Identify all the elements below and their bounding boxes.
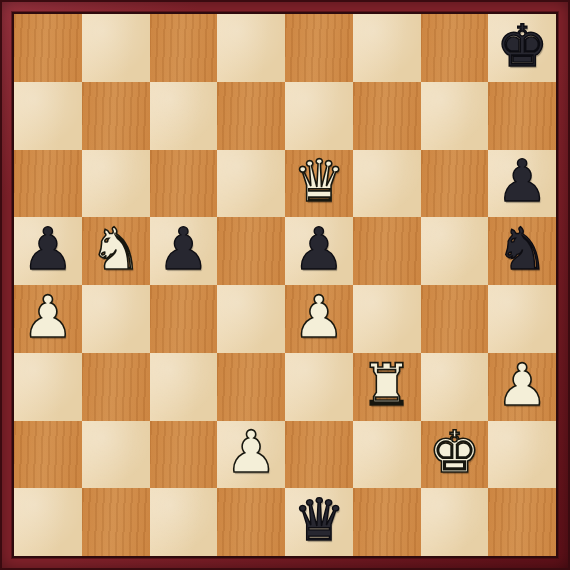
square-b8[interactable] — [82, 14, 150, 82]
square-f7[interactable] — [353, 82, 421, 150]
piece-black-pawn[interactable]: ♟ — [22, 220, 74, 278]
square-h6[interactable]: ♟ — [488, 150, 556, 218]
square-a7[interactable] — [14, 82, 82, 150]
square-e8[interactable] — [285, 14, 353, 82]
piece-white-knight[interactable]: ♞ — [90, 220, 142, 278]
square-f3[interactable]: ♜ — [353, 353, 421, 421]
square-f6[interactable] — [353, 150, 421, 218]
piece-white-king[interactable]: ♚ — [428, 423, 480, 481]
piece-white-pawn[interactable]: ♟ — [293, 288, 345, 346]
square-c5[interactable]: ♟ — [150, 217, 218, 285]
square-c7[interactable] — [150, 82, 218, 150]
square-f4[interactable] — [353, 285, 421, 353]
square-d5[interactable] — [217, 217, 285, 285]
square-a5[interactable]: ♟ — [14, 217, 82, 285]
square-f5[interactable] — [353, 217, 421, 285]
square-h2[interactable] — [488, 421, 556, 489]
square-e6[interactable]: ♛ — [285, 150, 353, 218]
piece-white-rook[interactable]: ♜ — [361, 356, 413, 414]
square-h5[interactable]: ♞ — [488, 217, 556, 285]
square-d8[interactable] — [217, 14, 285, 82]
square-g1[interactable] — [421, 488, 489, 556]
square-h8[interactable]: ♚ — [488, 14, 556, 82]
square-a2[interactable] — [14, 421, 82, 489]
square-b3[interactable] — [82, 353, 150, 421]
square-h7[interactable] — [488, 82, 556, 150]
square-g7[interactable] — [421, 82, 489, 150]
square-g4[interactable] — [421, 285, 489, 353]
square-c6[interactable] — [150, 150, 218, 218]
square-d1[interactable] — [217, 488, 285, 556]
square-h3[interactable]: ♟ — [488, 353, 556, 421]
square-e4[interactable]: ♟ — [285, 285, 353, 353]
square-b2[interactable] — [82, 421, 150, 489]
board-frame: ♚♛♟♟♞♟♟♞♟♟♜♟♟♚♛ — [0, 0, 570, 570]
square-a8[interactable] — [14, 14, 82, 82]
square-b5[interactable]: ♞ — [82, 217, 150, 285]
piece-black-queen[interactable]: ♛ — [293, 491, 345, 549]
piece-black-knight[interactable]: ♞ — [496, 220, 548, 278]
square-a6[interactable] — [14, 150, 82, 218]
square-e1[interactable]: ♛ — [285, 488, 353, 556]
piece-black-pawn[interactable]: ♟ — [293, 220, 345, 278]
piece-black-pawn[interactable]: ♟ — [157, 220, 209, 278]
square-c8[interactable] — [150, 14, 218, 82]
piece-white-pawn[interactable]: ♟ — [496, 356, 548, 414]
square-c1[interactable] — [150, 488, 218, 556]
piece-black-pawn[interactable]: ♟ — [496, 152, 548, 210]
square-c2[interactable] — [150, 421, 218, 489]
square-a1[interactable] — [14, 488, 82, 556]
square-d6[interactable] — [217, 150, 285, 218]
square-b1[interactable] — [82, 488, 150, 556]
square-h4[interactable] — [488, 285, 556, 353]
piece-black-king[interactable]: ♚ — [496, 17, 548, 75]
square-f8[interactable] — [353, 14, 421, 82]
square-g2[interactable]: ♚ — [421, 421, 489, 489]
square-g5[interactable] — [421, 217, 489, 285]
square-g6[interactable] — [421, 150, 489, 218]
square-e3[interactable] — [285, 353, 353, 421]
square-b6[interactable] — [82, 150, 150, 218]
square-b7[interactable] — [82, 82, 150, 150]
piece-white-pawn[interactable]: ♟ — [22, 288, 74, 346]
square-c3[interactable] — [150, 353, 218, 421]
square-e5[interactable]: ♟ — [285, 217, 353, 285]
square-h1[interactable] — [488, 488, 556, 556]
square-f2[interactable] — [353, 421, 421, 489]
piece-white-pawn[interactable]: ♟ — [225, 423, 277, 481]
square-e7[interactable] — [285, 82, 353, 150]
square-f1[interactable] — [353, 488, 421, 556]
square-d3[interactable] — [217, 353, 285, 421]
square-a3[interactable] — [14, 353, 82, 421]
chess-board: ♚♛♟♟♞♟♟♞♟♟♜♟♟♚♛ — [14, 14, 556, 556]
square-d2[interactable]: ♟ — [217, 421, 285, 489]
square-e2[interactable] — [285, 421, 353, 489]
square-a4[interactable]: ♟ — [14, 285, 82, 353]
square-g8[interactable] — [421, 14, 489, 82]
square-c4[interactable] — [150, 285, 218, 353]
square-g3[interactable] — [421, 353, 489, 421]
square-b4[interactable] — [82, 285, 150, 353]
square-d7[interactable] — [217, 82, 285, 150]
piece-white-queen[interactable]: ♛ — [293, 152, 345, 210]
square-d4[interactable] — [217, 285, 285, 353]
